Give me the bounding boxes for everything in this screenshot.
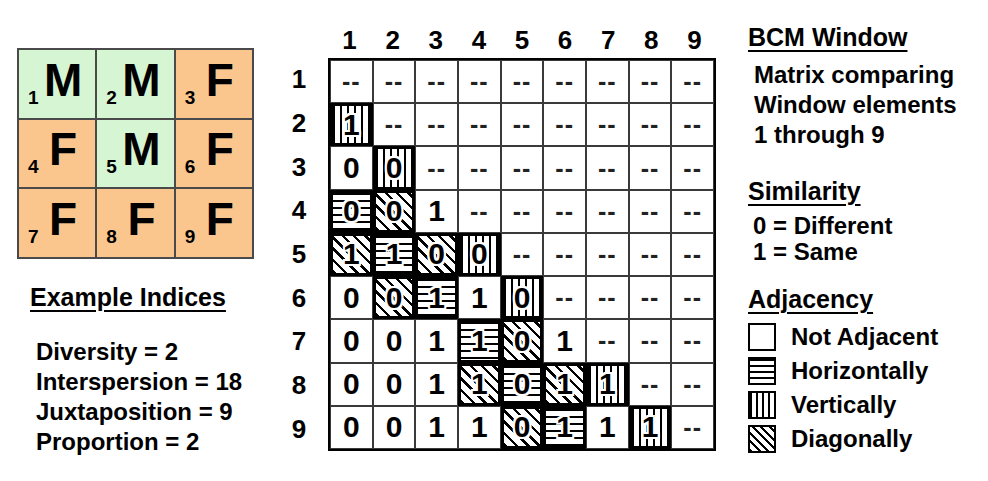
bcm-cell-r1-c5: -- xyxy=(501,60,544,103)
window-cell-number: 5 xyxy=(106,157,117,176)
bcm-cell-value: -- xyxy=(555,112,574,137)
bcm-cell-r1-c1: -- xyxy=(330,60,373,103)
bcm-cell-r5-c6: -- xyxy=(543,233,586,276)
bcm-window-line-3: 1 through 9 xyxy=(754,120,956,150)
bcm-cell-r7-c2: 0 xyxy=(373,319,416,362)
bcm-cell-r6-c7: -- xyxy=(586,276,629,319)
example-indices-heading: Example Indices xyxy=(30,283,226,312)
bcm-cell-value: -- xyxy=(385,112,404,137)
bcm-row-header-4: 4 xyxy=(284,189,314,233)
bcm-cell-value: 1 xyxy=(642,412,659,442)
bcm-cell-value: 0 xyxy=(343,196,360,226)
bcm-row-header-9: 9 xyxy=(284,407,314,451)
bcm-cell-value: -- xyxy=(427,156,446,181)
bcm-cell-r5-c5: -- xyxy=(501,233,544,276)
bcm-cell-r4-c6: -- xyxy=(543,190,586,233)
bcm-cell-value: -- xyxy=(683,199,702,224)
bcm-window-description: Matrix comparingWindow elements1 through… xyxy=(754,60,956,150)
bcm-cell-r6-c4: 1 xyxy=(458,276,501,319)
bcm-cell-value: 1 xyxy=(471,412,488,442)
bcm-cell-r3-c8: -- xyxy=(629,146,672,189)
bcm-col-header-7: 7 xyxy=(587,25,630,56)
bcm-cell-value: -- xyxy=(427,69,446,94)
adjacency-legend: Not AdjacentHorizontallyVerticallyDiagon… xyxy=(748,320,938,456)
bcm-cell-r6-c2: 0 xyxy=(373,276,416,319)
bcm-cell-r9-c7: 1 xyxy=(586,406,629,449)
bcm-cell-value: -- xyxy=(598,242,617,267)
bcm-cell-r2-c1: 1 xyxy=(330,103,373,146)
bcm-cell-r1-c3: -- xyxy=(415,60,458,103)
bcm-cell-r6-c6: -- xyxy=(543,276,586,319)
vertical-stripes-icon xyxy=(748,391,776,419)
bcm-cell-r9-c2: 0 xyxy=(373,406,416,449)
bcm-cell-r3-c4: -- xyxy=(458,146,501,189)
bcm-cell-value: -- xyxy=(427,112,446,137)
bcm-row-header-1: 1 xyxy=(284,58,314,102)
bcm-cell-value: -- xyxy=(641,69,660,94)
legend-label: Vertically xyxy=(791,391,896,419)
bcm-cell-r9-c1: 0 xyxy=(330,406,373,449)
bcm-cell-r3-c6: -- xyxy=(543,146,586,189)
window-cell-1: 1M xyxy=(18,49,96,119)
bcm-cell-value: -- xyxy=(598,285,617,310)
bcm-cell-r8-c1: 0 xyxy=(330,363,373,406)
similarity-line-1: 0 = Different xyxy=(753,213,892,239)
window-grid: 1M2M3F4F5M6F7F8F9F xyxy=(17,48,254,259)
bcm-cell-value: 0 xyxy=(428,239,445,269)
bcm-col-header-4: 4 xyxy=(457,25,500,56)
index-line-2: Interspersion = 18 xyxy=(36,367,242,397)
window-cell-number: 2 xyxy=(106,88,117,107)
bcm-cell-value: -- xyxy=(683,156,702,181)
bcm-cell-value: 0 xyxy=(514,283,531,313)
bcm-cell-r4-c8: -- xyxy=(629,190,672,233)
window-cell-2: 2M xyxy=(96,49,174,119)
bcm-cell-value: -- xyxy=(470,156,489,181)
window-cell-letter: F xyxy=(37,196,77,242)
index-line-1: Diversity = 2 xyxy=(36,337,242,367)
bcm-cell-value: -- xyxy=(683,112,702,137)
bcm-cell-r1-c9: -- xyxy=(671,60,714,103)
bcm-cell-value: 1 xyxy=(428,369,445,399)
bcm-cell-value: -- xyxy=(555,199,574,224)
bcm-cell-r2-c7: -- xyxy=(586,103,629,146)
legend-item-diagonally: Diagonally xyxy=(748,422,938,456)
bcm-cell-value: -- xyxy=(598,112,617,137)
bcm-col-header-1: 1 xyxy=(328,25,371,56)
bcm-cell-value: -- xyxy=(683,415,702,440)
bcm-cell-r9-c5: 0 xyxy=(501,406,544,449)
bcm-cell-value: 0 xyxy=(343,369,360,399)
bcm-row-headers: 123456789 xyxy=(284,58,314,451)
bcm-col-header-2: 2 xyxy=(371,25,414,56)
bcm-cell-r8-c3: 1 xyxy=(415,363,458,406)
bcm-cell-r7-c6: 1 xyxy=(543,319,586,362)
bcm-cell-r5-c2: 1 xyxy=(373,233,416,276)
bcm-cell-value: -- xyxy=(641,242,660,267)
bcm-cell-value: -- xyxy=(513,156,532,181)
window-cell-6: 6F xyxy=(175,119,253,189)
window-cell-7: 7F xyxy=(18,188,96,258)
bcm-cell-r5-c9: -- xyxy=(671,233,714,276)
bcm-cell-r4-c9: -- xyxy=(671,190,714,233)
bcm-cell-r8-c7: 1 xyxy=(586,363,629,406)
bcm-column-headers: 123456789 xyxy=(328,25,716,51)
bcm-col-header-9: 9 xyxy=(673,25,716,56)
bcm-cell-value: -- xyxy=(683,372,702,397)
window-cell-letter: M xyxy=(110,126,160,172)
bcm-col-header-3: 3 xyxy=(414,25,457,56)
similarity-key: 0 = Different1 = Same xyxy=(753,213,892,265)
bcm-cell-value: -- xyxy=(470,199,489,224)
bcm-cell-value: 0 xyxy=(514,369,531,399)
bcm-cell-r4-c7: -- xyxy=(586,190,629,233)
bcm-cell-value: 0 xyxy=(343,326,360,356)
bcm-cell-r6-c9: -- xyxy=(671,276,714,319)
bcm-cell-value: 1 xyxy=(471,283,488,313)
bcm-cell-r3-c9: -- xyxy=(671,146,714,189)
bcm-cell-r4-c2: 0 xyxy=(373,190,416,233)
bcm-cell-value: -- xyxy=(555,285,574,310)
bcm-cell-r9-c6: 1 xyxy=(543,406,586,449)
bcm-col-header-8: 8 xyxy=(630,25,673,56)
bcm-cell-value: -- xyxy=(513,69,532,94)
example-indices-list: Diversity = 2Interspersion = 18Juxtaposi… xyxy=(36,337,242,457)
bcm-cell-value: 0 xyxy=(386,412,403,442)
legend-item-vertically: Vertically xyxy=(748,388,938,422)
bcm-cell-value: -- xyxy=(641,156,660,181)
bcm-cell-value: 1 xyxy=(428,412,445,442)
bcm-cell-r1-c2: -- xyxy=(373,60,416,103)
bcm-cell-value: 1 xyxy=(556,369,573,399)
bcm-example-diagram: 1M2M3F4F5M6F7F8F9F Example Indices Diver… xyxy=(0,0,988,481)
bcm-cell-value: 0 xyxy=(343,412,360,442)
bcm-cell-value: 0 xyxy=(514,326,531,356)
bcm-cell-value: 0 xyxy=(514,412,531,442)
bcm-cell-value: -- xyxy=(470,69,489,94)
window-cell-letter: F xyxy=(194,57,234,103)
bcm-cell-r8-c6: 1 xyxy=(543,363,586,406)
bcm-cell-r2-c3: -- xyxy=(415,103,458,146)
bcm-cell-r7-c7: -- xyxy=(586,319,629,362)
bcm-cell-r8-c2: 0 xyxy=(373,363,416,406)
bcm-cell-r9-c4: 1 xyxy=(458,406,501,449)
bcm-cell-value: -- xyxy=(385,69,404,94)
bcm-cell-value: 0 xyxy=(386,369,403,399)
window-cell-3: 3F xyxy=(175,49,253,119)
window-cell-8: 8F xyxy=(96,188,174,258)
bcm-cell-value: 1 xyxy=(599,412,616,442)
index-line-4: Proportion = 2 xyxy=(36,427,242,457)
bcm-cell-r4-c1: 0 xyxy=(330,190,373,233)
window-cell-5: 5M xyxy=(96,119,174,189)
bcm-cell-r8-c4: 1 xyxy=(458,363,501,406)
diagonal-hatch-icon xyxy=(748,425,776,453)
bcm-cell-value: -- xyxy=(641,285,660,310)
horizontal-stripes-icon xyxy=(748,357,776,385)
bcm-cell-r6-c1: 0 xyxy=(330,276,373,319)
bcm-cell-r8-c9: -- xyxy=(671,363,714,406)
bcm-col-header-5: 5 xyxy=(500,25,543,56)
bcm-cell-r2-c4: -- xyxy=(458,103,501,146)
bcm-cell-r2-c6: -- xyxy=(543,103,586,146)
bcm-cell-value: 1 xyxy=(428,283,445,313)
window-cell-number: 1 xyxy=(28,88,39,107)
bcm-row-header-7: 7 xyxy=(284,320,314,364)
bcm-cell-r1-c4: -- xyxy=(458,60,501,103)
bcm-cell-value: -- xyxy=(683,69,702,94)
bcm-cell-value: 1 xyxy=(343,110,360,140)
window-cell-4: 4F xyxy=(18,119,96,189)
index-line-3: Juxtaposition = 9 xyxy=(36,397,242,427)
bcm-cell-value: -- xyxy=(598,69,617,94)
bcm-cell-r1-c8: -- xyxy=(629,60,672,103)
window-cell-number: 6 xyxy=(185,157,196,176)
window-cell-letter: F xyxy=(194,196,234,242)
bcm-cell-r6-c3: 1 xyxy=(415,276,458,319)
bcm-cell-r9-c9: -- xyxy=(671,406,714,449)
window-cell-letter: F xyxy=(37,126,77,172)
bcm-cell-value: 0 xyxy=(471,239,488,269)
bcm-cell-r1-c6: -- xyxy=(543,60,586,103)
bcm-cell-r7-c4: 1 xyxy=(458,319,501,362)
bcm-cell-value: -- xyxy=(641,372,660,397)
bcm-cell-value: 1 xyxy=(599,369,616,399)
bcm-cell-value: 1 xyxy=(386,239,403,269)
window-cell-number: 9 xyxy=(185,227,196,246)
bcm-cell-value: -- xyxy=(683,285,702,310)
bcm-cell-value: 1 xyxy=(428,326,445,356)
legend-item-not-adjacent: Not Adjacent xyxy=(748,320,938,354)
bcm-row-header-8: 8 xyxy=(284,364,314,408)
bcm-row-header-2: 2 xyxy=(284,102,314,146)
bcm-cell-r1-c7: -- xyxy=(586,60,629,103)
bcm-cell-r3-c2: 0 xyxy=(373,146,416,189)
bcm-row-header-5: 5 xyxy=(284,233,314,277)
bcm-cell-value: -- xyxy=(513,112,532,137)
bcm-cell-r3-c7: -- xyxy=(586,146,629,189)
bcm-window-line-1: Matrix comparing xyxy=(754,60,956,90)
similarity-line-2: 1 = Same xyxy=(753,239,892,265)
adjacency-heading: Adjacency xyxy=(748,285,873,314)
bcm-cell-value: 1 xyxy=(343,239,360,269)
bcm-cell-r5-c7: -- xyxy=(586,233,629,276)
bcm-cell-value: -- xyxy=(555,156,574,181)
bcm-col-header-6: 6 xyxy=(544,25,587,56)
bcm-cell-r2-c2: -- xyxy=(373,103,416,146)
bcm-cell-value: -- xyxy=(641,328,660,353)
bcm-cell-r4-c5: -- xyxy=(501,190,544,233)
bcm-cell-r3-c5: -- xyxy=(501,146,544,189)
bcm-row-header-3: 3 xyxy=(284,145,314,189)
bcm-cell-value: -- xyxy=(683,242,702,267)
bcm-cell-r8-c5: 0 xyxy=(501,363,544,406)
bcm-cell-value: 0 xyxy=(386,283,403,313)
bcm-cell-value: 0 xyxy=(386,153,403,183)
legend-label: Not Adjacent xyxy=(791,323,938,351)
bcm-window-line-2: Window elements xyxy=(754,90,956,120)
window-cell-9: 9F xyxy=(175,188,253,258)
window-cell-letter: M xyxy=(32,57,82,103)
window-cell-letter: F xyxy=(115,196,155,242)
bcm-cell-value: -- xyxy=(513,242,532,267)
legend-label: Diagonally xyxy=(791,425,912,453)
bcm-cell-value: -- xyxy=(598,328,617,353)
bcm-cell-r7-c9: -- xyxy=(671,319,714,362)
bcm-cell-value: 0 xyxy=(343,283,360,313)
bcm-cell-value: 1 xyxy=(471,369,488,399)
bcm-cell-value: -- xyxy=(555,242,574,267)
bcm-cell-r8-c8: -- xyxy=(629,363,672,406)
bcm-cell-r5-c8: -- xyxy=(629,233,672,276)
bcm-cell-value: -- xyxy=(598,156,617,181)
window-cell-letter: M xyxy=(110,57,160,103)
bcm-cell-value: -- xyxy=(555,69,574,94)
bcm-cell-r3-c3: -- xyxy=(415,146,458,189)
bcm-cell-r7-c1: 0 xyxy=(330,319,373,362)
bcm-cell-r5-c1: 1 xyxy=(330,233,373,276)
bcm-cell-value: 0 xyxy=(386,326,403,356)
bcm-cell-value: 1 xyxy=(428,196,445,226)
bcm-cell-r6-c8: -- xyxy=(629,276,672,319)
bcm-cell-value: 1 xyxy=(471,326,488,356)
bcm-cell-value: 0 xyxy=(386,196,403,226)
bcm-cell-r2-c5: -- xyxy=(501,103,544,146)
bcm-cell-value: -- xyxy=(683,328,702,353)
legend-item-horizontally: Horizontally xyxy=(748,354,938,388)
window-cell-letter: F xyxy=(194,126,234,172)
bcm-cell-r2-c9: -- xyxy=(671,103,714,146)
bcm-cell-r5-c4: 0 xyxy=(458,233,501,276)
bcm-cell-r4-c3: 1 xyxy=(415,190,458,233)
bcm-cell-value: -- xyxy=(513,199,532,224)
window-cell-number: 3 xyxy=(185,88,196,107)
bcm-cell-value: -- xyxy=(598,199,617,224)
bcm-cell-r9-c3: 1 xyxy=(415,406,458,449)
bcm-cell-value: -- xyxy=(641,112,660,137)
bcm-cell-r2-c8: -- xyxy=(629,103,672,146)
bcm-cell-value: 1 xyxy=(556,326,573,356)
bcm-cell-r7-c5: 0 xyxy=(501,319,544,362)
bcm-grid: ------------------1----------------00---… xyxy=(328,58,716,451)
window-cell-number: 8 xyxy=(106,227,117,246)
plain-square-icon xyxy=(748,323,776,351)
bcm-row-header-6: 6 xyxy=(284,276,314,320)
bcm-cell-r3-c1: 0 xyxy=(330,146,373,189)
similarity-heading: Similarity xyxy=(748,177,861,206)
bcm-cell-r7-c8: -- xyxy=(629,319,672,362)
bcm-cell-value: 1 xyxy=(556,412,573,442)
bcm-window-heading: BCM Window xyxy=(748,23,907,52)
bcm-cell-value: -- xyxy=(470,112,489,137)
bcm-cell-r7-c3: 1 xyxy=(415,319,458,362)
bcm-cell-r4-c4: -- xyxy=(458,190,501,233)
bcm-cell-r9-c8: 1 xyxy=(629,406,672,449)
bcm-cell-value: -- xyxy=(342,69,361,94)
legend-label: Horizontally xyxy=(791,357,928,385)
window-cell-number: 7 xyxy=(28,227,39,246)
window-cell-number: 4 xyxy=(28,157,39,176)
bcm-cell-r5-c3: 0 xyxy=(415,233,458,276)
bcm-cell-value: -- xyxy=(641,199,660,224)
bcm-cell-r6-c5: 0 xyxy=(501,276,544,319)
bcm-cell-value: 0 xyxy=(343,153,360,183)
